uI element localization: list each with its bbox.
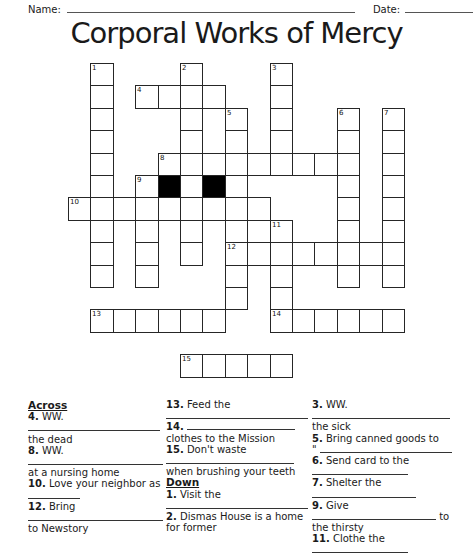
grid-cell[interactable]: [225, 175, 248, 198]
grid-cell[interactable]: [90, 220, 114, 243]
clue-blank: [312, 544, 408, 553]
clue-line: [28, 512, 163, 523]
cell-number: 5: [227, 110, 231, 117]
clue-blank: [166, 500, 308, 509]
grid-cell[interactable]: [135, 265, 159, 288]
grid-cell[interactable]: [337, 175, 360, 198]
grid-cell[interactable]: [225, 130, 248, 154]
grid-cell[interactable]: [337, 242, 360, 266]
grid-cell[interactable]: [113, 197, 136, 221]
grid-cell[interactable]: [382, 265, 405, 288]
grid-cell[interactable]: [382, 197, 405, 221]
clue-line: to: [312, 511, 452, 522]
grid-cell[interactable]: [337, 309, 360, 333]
down-header: Down: [166, 477, 308, 488]
clue-line: the thirsty: [312, 522, 452, 533]
grid-cell[interactable]: [270, 242, 293, 266]
clues-column-2: 13. Feed the14. clothes to the Mission15…: [166, 399, 308, 533]
grid-cell[interactable]: [359, 309, 383, 333]
clue-line: [312, 489, 452, 500]
worksheet-page: Name: Date: Corporal Works of Mercy 1234…: [0, 0, 473, 555]
grid-cell[interactable]: [382, 242, 405, 266]
clue-line: 14.: [166, 421, 308, 432]
grid-cell[interactable]: [382, 175, 405, 198]
grid-cell[interactable]: [180, 242, 203, 266]
cell-number: 1: [92, 65, 96, 72]
clue-blank: [28, 456, 163, 465]
clue-line: ": [312, 444, 452, 455]
grid-cell[interactable]: [90, 108, 114, 131]
clue-line: 2. Dismas House is a home: [166, 511, 308, 522]
grid-cell[interactable]: [158, 309, 181, 333]
cell-number: 6: [339, 110, 343, 117]
cell-number: 11: [272, 222, 281, 229]
grid-cell[interactable]: [270, 108, 293, 131]
grid-cell[interactable]: [113, 309, 136, 333]
clue-line: [312, 410, 452, 421]
clue-line: 12. Bring: [28, 501, 163, 512]
grid-cell[interactable]: [270, 85, 293, 109]
clue-line: [166, 500, 308, 511]
clue-blank: [28, 512, 163, 521]
clue-blank: [166, 410, 308, 419]
grid-cell[interactable]: [135, 197, 159, 221]
clues-column-3: 3. WW.the sick5. Bring canned goods to" …: [312, 399, 452, 555]
clue-line: [166, 410, 308, 421]
grid-cell[interactable]: [270, 287, 293, 310]
cell-number: 7: [384, 110, 388, 117]
cell-number: 15: [182, 356, 191, 363]
cell-number: 8: [160, 155, 164, 162]
grid-cell-black: [202, 175, 226, 198]
grid-cell[interactable]: [90, 242, 114, 266]
grid-cell[interactable]: [90, 197, 114, 221]
clue-line: [312, 544, 452, 555]
clue-blank: [187, 421, 295, 430]
clue-line: the sick: [312, 421, 452, 432]
cell-number: 14: [272, 311, 281, 318]
grid-cell[interactable]: [247, 197, 271, 221]
grid-cell[interactable]: [225, 197, 248, 221]
clue-line: 9. Give: [312, 500, 452, 511]
clue-line: 3. WW.: [312, 399, 452, 410]
grid-cell[interactable]: [382, 309, 405, 333]
grid-cell[interactable]: [90, 85, 114, 109]
clue-blank: [320, 444, 452, 453]
cell-number: 4: [137, 87, 141, 94]
grid-cell[interactable]: [292, 309, 315, 333]
grid-cell[interactable]: [337, 220, 360, 243]
clue-line: 1. Visit the: [166, 489, 308, 500]
clue-blank: [312, 489, 416, 498]
across-header: Across: [28, 400, 163, 411]
grid-cell[interactable]: [202, 85, 226, 109]
grid-cell[interactable]: [180, 309, 203, 333]
clue-line: 5. Bring canned goods to: [312, 433, 452, 444]
grid-cell[interactable]: [90, 175, 114, 198]
grid-cell[interactable]: [314, 309, 338, 333]
grid-cell[interactable]: [314, 242, 338, 266]
grid-cell[interactable]: [270, 130, 293, 154]
clue-blank: [312, 410, 450, 419]
clue-blank: [312, 511, 436, 520]
grid-cell[interactable]: [180, 175, 203, 198]
clue-line: 8. WW.: [28, 445, 163, 456]
grid-cell[interactable]: [158, 85, 181, 109]
clue-line: [166, 455, 308, 466]
cell-number: 9: [137, 177, 141, 184]
grid-cell[interactable]: [135, 242, 159, 266]
clue-line: the dead: [28, 434, 163, 445]
clue-line: to Newstory: [28, 523, 163, 534]
clue-line: [312, 466, 452, 477]
grid-cell[interactable]: [337, 197, 360, 221]
grid-cell[interactable]: [225, 153, 248, 176]
grid-cell[interactable]: [270, 354, 293, 378]
clue-line: at a nursing home: [28, 467, 163, 478]
grid-cell[interactable]: [270, 153, 293, 176]
grid-cell[interactable]: [382, 130, 405, 154]
grid-cell[interactable]: [180, 220, 203, 243]
grid-cell[interactable]: [180, 85, 203, 109]
clue-line: [28, 456, 163, 467]
clue-line: 13. Feed the: [166, 399, 308, 410]
grid-cell[interactable]: [359, 242, 383, 266]
grid-cell[interactable]: [202, 354, 226, 378]
grid-cell[interactable]: [314, 153, 338, 176]
grid-cell[interactable]: [202, 309, 226, 333]
grid-cell[interactable]: [247, 153, 271, 176]
clue-blank: [312, 466, 408, 475]
cell-number: 3: [272, 65, 276, 72]
clue-line: 4. WW.: [28, 411, 163, 422]
clue-line: for former: [166, 522, 308, 533]
grid-cell[interactable]: [382, 220, 405, 243]
grid-cell[interactable]: [158, 197, 181, 221]
grid-cell[interactable]: [247, 354, 271, 378]
clue-line: 15. Don't waste: [166, 444, 308, 455]
clue-blank: [166, 455, 294, 464]
grid-cell[interactable]: [180, 108, 203, 131]
grid-cell[interactable]: [202, 197, 226, 221]
grid-cell[interactable]: [225, 354, 248, 378]
clue-line: 7. Shelter the: [312, 477, 452, 488]
clue-blank: [28, 490, 80, 499]
grid-cell[interactable]: [135, 309, 159, 333]
clue-line: 10. Love your neighbor as: [28, 478, 163, 489]
grid-cell[interactable]: [225, 265, 248, 288]
clue-line: 11. Clothe the: [312, 533, 452, 544]
grid-cell[interactable]: [180, 197, 203, 221]
cell-number: 10: [70, 199, 79, 206]
clue-line: [28, 422, 163, 433]
grid-cell-black: [158, 175, 181, 198]
cell-number: 12: [227, 244, 236, 251]
grid-cell[interactable]: [225, 287, 248, 310]
grid-cell[interactable]: [225, 220, 248, 243]
grid-cell[interactable]: [202, 153, 226, 176]
clues-column-1: Across4. WW.the dead8. WW.at a nursing h…: [28, 400, 163, 534]
clue-line: [28, 490, 163, 501]
grid-cell[interactable]: [180, 130, 203, 154]
clue-line: clothes to the Mission: [166, 433, 308, 444]
clue-blank: [28, 422, 160, 431]
grid-cell[interactable]: [180, 153, 203, 176]
grid-cell[interactable]: [382, 153, 405, 176]
grid-cell[interactable]: [90, 265, 114, 288]
grid-cell[interactable]: [90, 153, 114, 176]
grid-cell[interactable]: [292, 242, 315, 266]
cell-number: 2: [182, 65, 186, 72]
grid-cell[interactable]: [337, 265, 360, 288]
clue-line: 6. Send card to the: [312, 455, 452, 466]
grid-cell[interactable]: [270, 265, 293, 288]
grid-cell[interactable]: [135, 220, 159, 243]
grid-cell[interactable]: [337, 130, 360, 154]
grid-cell[interactable]: [90, 130, 114, 154]
grid-cell[interactable]: [292, 153, 315, 176]
cell-number: 13: [92, 311, 101, 318]
grid-cell[interactable]: [247, 242, 271, 266]
grid-cell[interactable]: [337, 153, 360, 176]
